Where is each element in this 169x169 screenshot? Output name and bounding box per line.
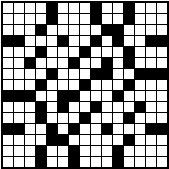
- white-cell-r10c11[interactable]: [113, 102, 123, 112]
- white-cell-r9c9[interactable]: [91, 91, 101, 101]
- white-cell-r5c15[interactable]: [157, 47, 167, 57]
- white-cell-r6c9[interactable]: [91, 58, 101, 68]
- black-cell-r12c7: [69, 124, 79, 134]
- black-cell-r9c11: [113, 91, 123, 101]
- black-cell-r10c4: [36, 102, 46, 112]
- white-cell-r6c4[interactable]: [36, 58, 46, 68]
- white-cell-r6c1[interactable]: [3, 58, 13, 68]
- white-cell-r4c7[interactable]: [69, 36, 79, 46]
- white-cell-r10c10[interactable]: [102, 102, 112, 112]
- white-cell-r4c3[interactable]: [25, 36, 35, 46]
- black-cell-r12c5: [47, 124, 57, 134]
- white-cell-r15c9[interactable]: [91, 157, 101, 167]
- white-cell-r8c3[interactable]: [25, 80, 35, 90]
- white-cell-r2c14[interactable]: [146, 14, 156, 24]
- black-cell-r4c11: [113, 36, 123, 46]
- white-cell-r13c13[interactable]: [135, 135, 145, 145]
- white-cell-r8c15[interactable]: [157, 80, 167, 90]
- white-cell-r7c7[interactable]: [69, 69, 79, 79]
- white-cell-r3c5[interactable]: [47, 25, 57, 35]
- white-cell-r7c3[interactable]: [25, 69, 35, 79]
- white-cell-r14c1[interactable]: [3, 146, 13, 156]
- white-cell-r11c15[interactable]: [157, 113, 167, 123]
- white-cell-r14c13[interactable]: [135, 146, 145, 156]
- black-cell-r7c13: [135, 69, 145, 79]
- white-cell-r2c11[interactable]: [113, 14, 123, 24]
- white-cell-r1c15[interactable]: [157, 3, 167, 13]
- black-cell-r12c2: [14, 124, 24, 134]
- black-cell-r1c5: [47, 3, 57, 13]
- black-cell-r13c6: [58, 135, 68, 145]
- white-cell-r10c14[interactable]: [146, 102, 156, 112]
- white-cell-r6c13[interactable]: [135, 58, 145, 68]
- white-cell-r12c4[interactable]: [36, 124, 46, 134]
- black-cell-r11c4: [36, 113, 46, 123]
- white-cell-r5c11[interactable]: [113, 47, 123, 57]
- white-cell-r11c2[interactable]: [14, 113, 24, 123]
- white-cell-r10c15[interactable]: [157, 102, 167, 112]
- white-cell-r4c10[interactable]: [102, 36, 112, 46]
- white-cell-r9c12[interactable]: [124, 91, 134, 101]
- white-cell-r13c9[interactable]: [91, 135, 101, 145]
- black-cell-r2c9: [91, 14, 101, 24]
- white-cell-r3c12[interactable]: [124, 25, 134, 35]
- white-cell-r6c6[interactable]: [58, 58, 68, 68]
- white-cell-r7c2[interactable]: [14, 69, 24, 79]
- white-cell-r11c13[interactable]: [135, 113, 145, 123]
- white-cell-r5c7[interactable]: [69, 47, 79, 57]
- white-cell-r3c8[interactable]: [80, 25, 90, 35]
- black-cell-r13c5: [47, 135, 57, 145]
- white-cell-r2c1[interactable]: [3, 14, 13, 24]
- white-cell-r14c14[interactable]: [146, 146, 156, 156]
- white-cell-r5c14[interactable]: [146, 47, 156, 57]
- white-cell-r13c8[interactable]: [80, 135, 90, 145]
- black-cell-r10c13: [135, 102, 145, 112]
- white-cell-r14c10[interactable]: [102, 146, 112, 156]
- white-cell-r3c14[interactable]: [146, 25, 156, 35]
- white-cell-r1c8[interactable]: [80, 3, 90, 13]
- white-cell-r5c13[interactable]: [135, 47, 145, 57]
- white-cell-r15c8[interactable]: [80, 157, 90, 167]
- white-cell-r7c12[interactable]: [124, 69, 134, 79]
- white-cell-r3c2[interactable]: [14, 25, 24, 35]
- white-cell-r14c2[interactable]: [14, 146, 24, 156]
- white-cell-r5c6[interactable]: [58, 47, 68, 57]
- white-cell-r4c5[interactable]: [47, 36, 57, 46]
- white-cell-r15c5[interactable]: [47, 157, 57, 167]
- white-cell-r11c6[interactable]: [58, 113, 68, 123]
- white-cell-r15c15[interactable]: [157, 157, 167, 167]
- white-cell-r2c4[interactable]: [36, 14, 46, 24]
- black-cell-r3c4: [36, 25, 46, 35]
- black-cell-r3c10: [102, 25, 112, 35]
- white-cell-r6c14[interactable]: [146, 58, 156, 68]
- white-cell-r13c3[interactable]: [25, 135, 35, 145]
- white-cell-r3c15[interactable]: [157, 25, 167, 35]
- black-cell-r6c7: [69, 58, 79, 68]
- white-cell-r12c3[interactable]: [25, 124, 35, 134]
- black-cell-r4c9: [91, 36, 101, 46]
- white-cell-r14c9[interactable]: [91, 146, 101, 156]
- white-cell-r14c12[interactable]: [124, 146, 134, 156]
- white-cell-r10c7[interactable]: [69, 102, 79, 112]
- white-cell-r12c12[interactable]: [124, 124, 134, 134]
- white-cell-r4c12[interactable]: [124, 36, 134, 46]
- crossword-grid: [1, 1, 169, 169]
- black-cell-r7c14: [146, 69, 156, 79]
- white-cell-r10c2[interactable]: [14, 102, 24, 112]
- white-cell-r2c10[interactable]: [102, 14, 112, 24]
- white-cell-r1c4[interactable]: [36, 3, 46, 13]
- black-cell-r6c3: [25, 58, 35, 68]
- white-cell-r6c15[interactable]: [157, 58, 167, 68]
- white-cell-r1c3[interactable]: [25, 3, 35, 13]
- white-cell-r8c2[interactable]: [14, 80, 24, 90]
- white-cell-r5c10[interactable]: [102, 47, 112, 57]
- black-cell-r14c11: [113, 146, 123, 156]
- white-cell-r1c14[interactable]: [146, 3, 156, 13]
- white-cell-r13c4[interactable]: [36, 135, 46, 145]
- black-cell-r9c6: [58, 91, 68, 101]
- black-cell-r5c4: [36, 47, 46, 57]
- white-cell-r12c8[interactable]: [80, 124, 90, 134]
- white-cell-r10c12[interactable]: [124, 102, 134, 112]
- white-cell-r2c8[interactable]: [80, 14, 90, 24]
- white-cell-r11c11[interactable]: [113, 113, 123, 123]
- white-cell-r1c11[interactable]: [113, 3, 123, 13]
- white-cell-r8c1[interactable]: [3, 80, 13, 90]
- white-cell-r11c7[interactable]: [69, 113, 79, 123]
- white-cell-r3c3[interactable]: [25, 25, 35, 35]
- white-cell-r8c10[interactable]: [102, 80, 112, 90]
- black-cell-r7c10: [102, 69, 112, 79]
- black-cell-r8c4: [36, 80, 46, 90]
- black-cell-r13c12: [124, 135, 134, 145]
- white-cell-r1c13[interactable]: [135, 3, 145, 13]
- black-cell-r14c7: [69, 146, 79, 156]
- white-cell-r3c13[interactable]: [135, 25, 145, 35]
- white-cell-r15c1[interactable]: [3, 157, 13, 167]
- white-cell-r12c11[interactable]: [113, 124, 123, 134]
- white-cell-r1c2[interactable]: [14, 3, 24, 13]
- black-cell-r12c14: [146, 124, 156, 134]
- white-cell-r1c6[interactable]: [58, 3, 68, 13]
- white-cell-r8c11[interactable]: [113, 80, 123, 90]
- white-cell-r1c10[interactable]: [102, 3, 112, 13]
- black-cell-r8c8: [80, 80, 90, 90]
- black-cell-r2c12: [124, 14, 134, 24]
- black-cell-r10c6: [58, 102, 68, 112]
- white-cell-r7c11[interactable]: [113, 69, 123, 79]
- black-cell-r15c4: [36, 157, 46, 167]
- white-cell-r12c13[interactable]: [135, 124, 145, 134]
- white-cell-r5c2[interactable]: [14, 47, 24, 57]
- white-cell-r6c11[interactable]: [113, 58, 123, 68]
- white-cell-r11c14[interactable]: [146, 113, 156, 123]
- white-cell-r11c10[interactable]: [102, 113, 112, 123]
- black-cell-r14c4: [36, 146, 46, 156]
- white-cell-r14c15[interactable]: [157, 146, 167, 156]
- black-cell-r12c15: [157, 124, 167, 134]
- black-cell-r4c15: [157, 36, 167, 46]
- black-cell-r5c12: [124, 47, 134, 57]
- white-cell-r8c5[interactable]: [47, 80, 57, 90]
- white-cell-r9c4[interactable]: [36, 91, 46, 101]
- white-cell-r2c3[interactable]: [25, 14, 35, 24]
- white-cell-r3c9[interactable]: [91, 25, 101, 35]
- white-cell-r14c3[interactable]: [25, 146, 35, 156]
- black-cell-r10c9: [91, 102, 101, 112]
- white-cell-r11c3[interactable]: [25, 113, 35, 123]
- white-cell-r7c4[interactable]: [36, 69, 46, 79]
- white-cell-r11c1[interactable]: [3, 113, 13, 123]
- white-cell-r3c6[interactable]: [58, 25, 68, 35]
- white-cell-r13c14[interactable]: [146, 135, 156, 145]
- white-cell-r3c1[interactable]: [3, 25, 13, 35]
- black-cell-r4c6: [58, 36, 68, 46]
- white-cell-r13c11[interactable]: [113, 135, 123, 145]
- white-cell-r3c7[interactable]: [69, 25, 79, 35]
- black-cell-r8c12: [124, 80, 134, 90]
- white-cell-r1c7[interactable]: [69, 3, 79, 13]
- crossword-board-wrapper: [0, 0, 169, 169]
- white-cell-r15c2[interactable]: [14, 157, 24, 167]
- black-cell-r6c10: [102, 58, 112, 68]
- black-cell-r12c10: [102, 124, 112, 134]
- white-cell-r9c14[interactable]: [146, 91, 156, 101]
- black-cell-r11c12: [124, 113, 134, 123]
- black-cell-r15c7: [69, 157, 79, 167]
- white-cell-r5c5[interactable]: [47, 47, 57, 57]
- black-cell-r2c5: [47, 14, 57, 24]
- white-cell-r9c10[interactable]: [102, 91, 112, 101]
- black-cell-r9c2: [14, 91, 24, 101]
- white-cell-r15c10[interactable]: [102, 157, 112, 167]
- black-cell-r15c11: [113, 157, 123, 167]
- black-cell-r1c9: [91, 3, 101, 13]
- white-cell-r5c3[interactable]: [25, 47, 35, 57]
- white-cell-r8c6[interactable]: [58, 80, 68, 90]
- white-cell-r15c12[interactable]: [124, 157, 134, 167]
- white-cell-r14c5[interactable]: [47, 146, 57, 156]
- black-cell-r9c3: [25, 91, 35, 101]
- white-cell-r14c6[interactable]: [58, 146, 68, 156]
- white-cell-r10c5[interactable]: [47, 102, 57, 112]
- white-cell-r4c4[interactable]: [36, 36, 46, 46]
- black-cell-r4c2: [14, 36, 24, 46]
- white-cell-r9c5[interactable]: [47, 91, 57, 101]
- white-cell-r2c2[interactable]: [14, 14, 24, 24]
- white-cell-r6c8[interactable]: [80, 58, 90, 68]
- white-cell-r13c10[interactable]: [102, 135, 112, 145]
- black-cell-r7c9: [91, 69, 101, 79]
- white-cell-r10c1[interactable]: [3, 102, 13, 112]
- white-cell-r9c15[interactable]: [157, 91, 167, 101]
- black-cell-r9c1: [3, 91, 13, 101]
- white-cell-r4c13[interactable]: [135, 36, 145, 46]
- white-cell-r9c8[interactable]: [80, 91, 90, 101]
- white-cell-r13c2[interactable]: [14, 135, 24, 145]
- white-cell-r6c2[interactable]: [14, 58, 24, 68]
- white-cell-r13c15[interactable]: [157, 135, 167, 145]
- white-cell-r5c1[interactable]: [3, 47, 13, 57]
- white-cell-r15c6[interactable]: [58, 157, 68, 167]
- white-cell-r13c7[interactable]: [69, 135, 79, 145]
- white-cell-r6c5[interactable]: [47, 58, 57, 68]
- white-cell-r11c9[interactable]: [91, 113, 101, 123]
- black-cell-r6c12: [124, 58, 134, 68]
- white-cell-r14c8[interactable]: [80, 146, 90, 156]
- black-cell-r3c11: [113, 25, 123, 35]
- white-cell-r2c15[interactable]: [157, 14, 167, 24]
- white-cell-r2c6[interactable]: [58, 14, 68, 24]
- white-cell-r11c5[interactable]: [47, 113, 57, 123]
- white-cell-r15c13[interactable]: [135, 157, 145, 167]
- white-cell-r15c3[interactable]: [25, 157, 35, 167]
- white-cell-r10c8[interactable]: [80, 102, 90, 112]
- white-cell-r15c14[interactable]: [146, 157, 156, 167]
- white-cell-r8c9[interactable]: [91, 80, 101, 90]
- white-cell-r8c7[interactable]: [69, 80, 79, 90]
- black-cell-r9c7: [69, 91, 79, 101]
- white-cell-r4c8[interactable]: [80, 36, 90, 46]
- white-cell-r5c9[interactable]: [91, 47, 101, 57]
- white-cell-r8c14[interactable]: [146, 80, 156, 90]
- black-cell-r7c5: [47, 69, 57, 79]
- white-cell-r12c9[interactable]: [91, 124, 101, 134]
- black-cell-r4c1: [3, 36, 13, 46]
- black-cell-r5c8: [80, 47, 90, 57]
- black-cell-r4c14: [146, 36, 156, 46]
- black-cell-r11c8: [80, 113, 90, 123]
- white-cell-r2c7[interactable]: [69, 14, 79, 24]
- black-cell-r12c1: [3, 124, 13, 134]
- white-cell-r13c1[interactable]: [3, 135, 13, 145]
- white-cell-r1c1[interactable]: [3, 3, 13, 13]
- white-cell-r10c3[interactable]: [25, 102, 35, 112]
- white-cell-r7c8[interactable]: [80, 69, 90, 79]
- white-cell-r12c6[interactable]: [58, 124, 68, 134]
- white-cell-r7c6[interactable]: [58, 69, 68, 79]
- white-cell-r7c1[interactable]: [3, 69, 13, 79]
- white-cell-r8c13[interactable]: [135, 80, 145, 90]
- black-cell-r7c15: [157, 69, 167, 79]
- white-cell-r9c13[interactable]: [135, 91, 145, 101]
- black-cell-r1c12: [124, 3, 134, 13]
- white-cell-r2c13[interactable]: [135, 14, 145, 24]
